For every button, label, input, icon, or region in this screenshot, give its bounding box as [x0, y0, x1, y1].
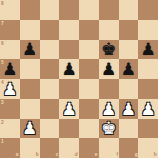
- square-g5[interactable]: ♟: [119, 59, 139, 79]
- black-pawn[interactable]: ♟: [141, 41, 156, 58]
- square-d6[interactable]: [59, 40, 79, 60]
- square-a1[interactable]: 1a: [0, 138, 20, 158]
- square-e4[interactable]: [79, 79, 99, 99]
- file-label-f: f: [116, 152, 118, 157]
- rank-label-7: 7: [1, 21, 4, 26]
- square-c8[interactable]: [40, 0, 60, 20]
- black-pawn[interactable]: ♟: [2, 61, 17, 78]
- square-e6[interactable]: [79, 40, 99, 60]
- square-e5[interactable]: [79, 59, 99, 79]
- black-pawn[interactable]: ♟: [62, 61, 77, 78]
- square-c3[interactable]: [40, 99, 60, 119]
- white-pawn[interactable]: ♟: [121, 101, 136, 118]
- square-d3[interactable]: ♟: [59, 99, 79, 119]
- square-c5[interactable]: [40, 59, 60, 79]
- square-g6[interactable]: [119, 40, 139, 60]
- rank-label-8: 8: [1, 1, 4, 6]
- file-label-c: c: [56, 152, 59, 157]
- white-pawn[interactable]: ♟: [101, 101, 116, 118]
- square-b5[interactable]: [20, 59, 40, 79]
- square-e8[interactable]: [79, 0, 99, 20]
- white-pawn[interactable]: ♟: [2, 81, 17, 98]
- square-b3[interactable]: [20, 99, 40, 119]
- chess-board: 876♟♚♟5♟♟♟♟4♟3♟♟♟♟2♟♚1abcdefgh: [0, 0, 158, 158]
- square-d7[interactable]: [59, 20, 79, 40]
- square-c6[interactable]: [40, 40, 60, 60]
- square-a4[interactable]: 4♟: [0, 79, 20, 99]
- square-c4[interactable]: [40, 79, 60, 99]
- white-king[interactable]: ♚: [101, 120, 116, 137]
- square-d8[interactable]: [59, 0, 79, 20]
- square-e1[interactable]: e: [79, 138, 99, 158]
- square-h5[interactable]: [138, 59, 158, 79]
- square-f4[interactable]: [99, 79, 119, 99]
- rank-label-1: 1: [1, 139, 4, 144]
- file-label-b: b: [36, 152, 39, 157]
- white-pawn[interactable]: ♟: [22, 120, 37, 137]
- square-f3[interactable]: ♟: [99, 99, 119, 119]
- square-g1[interactable]: g: [119, 138, 139, 158]
- white-pawn[interactable]: ♟: [62, 101, 77, 118]
- file-label-d: d: [75, 152, 78, 157]
- square-d5[interactable]: ♟: [59, 59, 79, 79]
- square-g4[interactable]: [119, 79, 139, 99]
- square-e3[interactable]: [79, 99, 99, 119]
- square-h8[interactable]: [138, 0, 158, 20]
- square-e2[interactable]: [79, 119, 99, 139]
- rank-label-4: 4: [1, 80, 4, 85]
- square-d4[interactable]: [59, 79, 79, 99]
- rank-label-5: 5: [1, 60, 4, 65]
- square-g3[interactable]: ♟: [119, 99, 139, 119]
- file-label-g: g: [134, 152, 137, 157]
- square-b1[interactable]: b: [20, 138, 40, 158]
- square-a2[interactable]: 2: [0, 119, 20, 139]
- square-a7[interactable]: 7: [0, 20, 20, 40]
- square-b7[interactable]: [20, 20, 40, 40]
- square-f1[interactable]: f: [99, 138, 119, 158]
- square-a6[interactable]: 6: [0, 40, 20, 60]
- square-f7[interactable]: [99, 20, 119, 40]
- square-a8[interactable]: 8: [0, 0, 20, 20]
- square-f6[interactable]: ♚: [99, 40, 119, 60]
- square-a5[interactable]: 5♟: [0, 59, 20, 79]
- square-f5[interactable]: ♟: [99, 59, 119, 79]
- black-pawn[interactable]: ♟: [121, 61, 136, 78]
- square-h4[interactable]: [138, 79, 158, 99]
- square-c1[interactable]: c: [40, 138, 60, 158]
- square-c2[interactable]: [40, 119, 60, 139]
- file-label-a: a: [16, 152, 19, 157]
- rank-label-6: 6: [1, 41, 4, 46]
- file-label-e: e: [95, 152, 98, 157]
- square-c7[interactable]: [40, 20, 60, 40]
- black-king[interactable]: ♚: [101, 41, 116, 58]
- square-b8[interactable]: [20, 0, 40, 20]
- square-g2[interactable]: [119, 119, 139, 139]
- rank-label-2: 2: [1, 120, 4, 125]
- square-g7[interactable]: [119, 20, 139, 40]
- square-h2[interactable]: [138, 119, 158, 139]
- square-d1[interactable]: d: [59, 138, 79, 158]
- square-h3[interactable]: ♟: [138, 99, 158, 119]
- white-pawn[interactable]: ♟: [141, 101, 156, 118]
- square-b4[interactable]: [20, 79, 40, 99]
- square-b6[interactable]: ♟: [20, 40, 40, 60]
- square-a3[interactable]: 3: [0, 99, 20, 119]
- black-pawn[interactable]: ♟: [22, 41, 37, 58]
- square-g8[interactable]: [119, 0, 139, 20]
- square-h1[interactable]: h: [138, 138, 158, 158]
- file-label-h: h: [154, 152, 157, 157]
- square-h7[interactable]: [138, 20, 158, 40]
- black-pawn[interactable]: ♟: [101, 61, 116, 78]
- square-b2[interactable]: ♟: [20, 119, 40, 139]
- rank-label-3: 3: [1, 100, 4, 105]
- square-f8[interactable]: [99, 0, 119, 20]
- square-h6[interactable]: ♟: [138, 40, 158, 60]
- square-e7[interactable]: [79, 20, 99, 40]
- square-d2[interactable]: [59, 119, 79, 139]
- square-f2[interactable]: ♚: [99, 119, 119, 139]
